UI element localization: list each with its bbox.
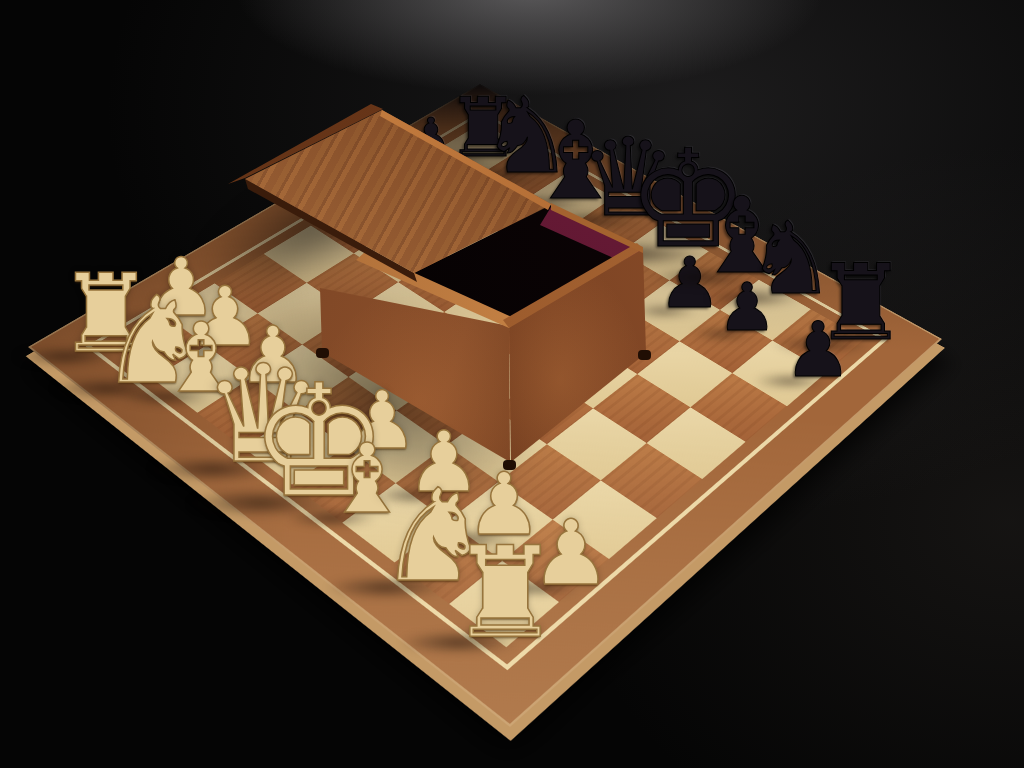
photo-backdrop: ♟♜♞♝♛♚♟♝♞♟♜♟ ♟♜♟♞♝♟♛♟♚♝♟♟♞♟♜ [0,0,1024,768]
white-pieces-layer: ♟♜♟♞♝♟♛♟♚♝♟♟♞♟♜ [0,0,1024,768]
white-rook: ♜ [449,540,561,646]
